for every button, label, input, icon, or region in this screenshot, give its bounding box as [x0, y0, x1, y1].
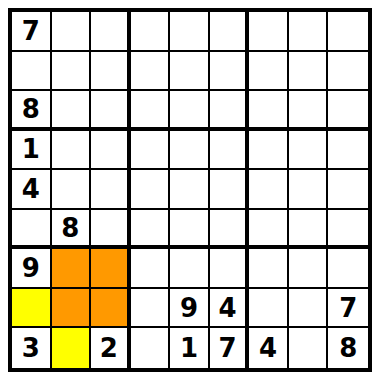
cell-r8c9[interactable]: 7: [328, 289, 368, 329]
cell-r1c5[interactable]: [170, 12, 210, 52]
cell-r5c3[interactable]: [91, 170, 131, 210]
cell-r8c6[interactable]: 4: [210, 289, 250, 329]
cell-r3c3[interactable]: [91, 91, 131, 131]
cell-r9c1[interactable]: 3: [12, 328, 52, 368]
cell-r5c6[interactable]: [210, 170, 250, 210]
cell-r5c8[interactable]: [289, 170, 329, 210]
cell-r1c7[interactable]: [249, 12, 289, 52]
cell-r7c8[interactable]: [289, 249, 329, 289]
cell-r1c2[interactable]: [52, 12, 92, 52]
cell-r9c2[interactable]: [52, 328, 92, 368]
cell-r8c2[interactable]: [52, 289, 92, 329]
cell-r8c4[interactable]: [131, 289, 171, 329]
cell-r6c9[interactable]: [328, 210, 368, 250]
cell-r2c6[interactable]: [210, 52, 250, 92]
cell-r1c3[interactable]: [91, 12, 131, 52]
cell-r9c7[interactable]: 4: [249, 328, 289, 368]
cell-r4c1[interactable]: 1: [12, 131, 52, 171]
cell-r1c1[interactable]: 7: [12, 12, 52, 52]
cell-r3c8[interactable]: [289, 91, 329, 131]
cell-r7c1[interactable]: 9: [12, 249, 52, 289]
cell-r4c9[interactable]: [328, 131, 368, 171]
cell-r6c4[interactable]: [131, 210, 171, 250]
cell-r2c5[interactable]: [170, 52, 210, 92]
cell-r1c4[interactable]: [131, 12, 171, 52]
cell-r7c5[interactable]: [170, 249, 210, 289]
cell-r3c6[interactable]: [210, 91, 250, 131]
cell-r4c4[interactable]: [131, 131, 171, 171]
cell-r8c7[interactable]: [249, 289, 289, 329]
cell-r2c8[interactable]: [289, 52, 329, 92]
cell-r8c3[interactable]: [91, 289, 131, 329]
cell-r9c5[interactable]: 1: [170, 328, 210, 368]
cell-r2c9[interactable]: [328, 52, 368, 92]
cell-r7c3[interactable]: [91, 249, 131, 289]
cell-r7c4[interactable]: [131, 249, 171, 289]
sudoku-board: 781489947321748: [8, 8, 372, 372]
cell-r2c4[interactable]: [131, 52, 171, 92]
cell-r6c3[interactable]: [91, 210, 131, 250]
cell-r4c7[interactable]: [249, 131, 289, 171]
cell-r2c2[interactable]: [52, 52, 92, 92]
cell-r6c2[interactable]: 8: [52, 210, 92, 250]
cell-r6c8[interactable]: [289, 210, 329, 250]
cell-r4c3[interactable]: [91, 131, 131, 171]
cell-r9c4[interactable]: [131, 328, 171, 368]
cell-r1c8[interactable]: [289, 12, 329, 52]
cell-r4c6[interactable]: [210, 131, 250, 171]
cell-r5c4[interactable]: [131, 170, 171, 210]
cell-r2c7[interactable]: [249, 52, 289, 92]
cell-r3c7[interactable]: [249, 91, 289, 131]
cell-r3c4[interactable]: [131, 91, 171, 131]
cell-r4c8[interactable]: [289, 131, 329, 171]
cell-r9c3[interactable]: 2: [91, 328, 131, 368]
cell-r2c1[interactable]: [12, 52, 52, 92]
cell-r6c7[interactable]: [249, 210, 289, 250]
cell-r3c9[interactable]: [328, 91, 368, 131]
cell-r3c5[interactable]: [170, 91, 210, 131]
cell-r3c1[interactable]: 8: [12, 91, 52, 131]
cell-r5c9[interactable]: [328, 170, 368, 210]
cell-r8c8[interactable]: [289, 289, 329, 329]
cell-r3c2[interactable]: [52, 91, 92, 131]
cell-r5c1[interactable]: 4: [12, 170, 52, 210]
cell-r6c1[interactable]: [12, 210, 52, 250]
cell-r6c6[interactable]: [210, 210, 250, 250]
cell-r9c8[interactable]: [289, 328, 329, 368]
cell-r8c1[interactable]: [12, 289, 52, 329]
cell-r1c9[interactable]: [328, 12, 368, 52]
cell-r4c2[interactable]: [52, 131, 92, 171]
cell-r4c5[interactable]: [170, 131, 210, 171]
cell-r6c5[interactable]: [170, 210, 210, 250]
cell-r7c7[interactable]: [249, 249, 289, 289]
cell-r5c5[interactable]: [170, 170, 210, 210]
cell-r9c9[interactable]: 8: [328, 328, 368, 368]
cell-r5c2[interactable]: [52, 170, 92, 210]
cell-r7c6[interactable]: [210, 249, 250, 289]
cell-r5c7[interactable]: [249, 170, 289, 210]
cell-r2c3[interactable]: [91, 52, 131, 92]
cell-r8c5[interactable]: 9: [170, 289, 210, 329]
cell-r9c6[interactable]: 7: [210, 328, 250, 368]
cell-r7c9[interactable]: [328, 249, 368, 289]
cell-r7c2[interactable]: [52, 249, 92, 289]
cell-r1c6[interactable]: [210, 12, 250, 52]
